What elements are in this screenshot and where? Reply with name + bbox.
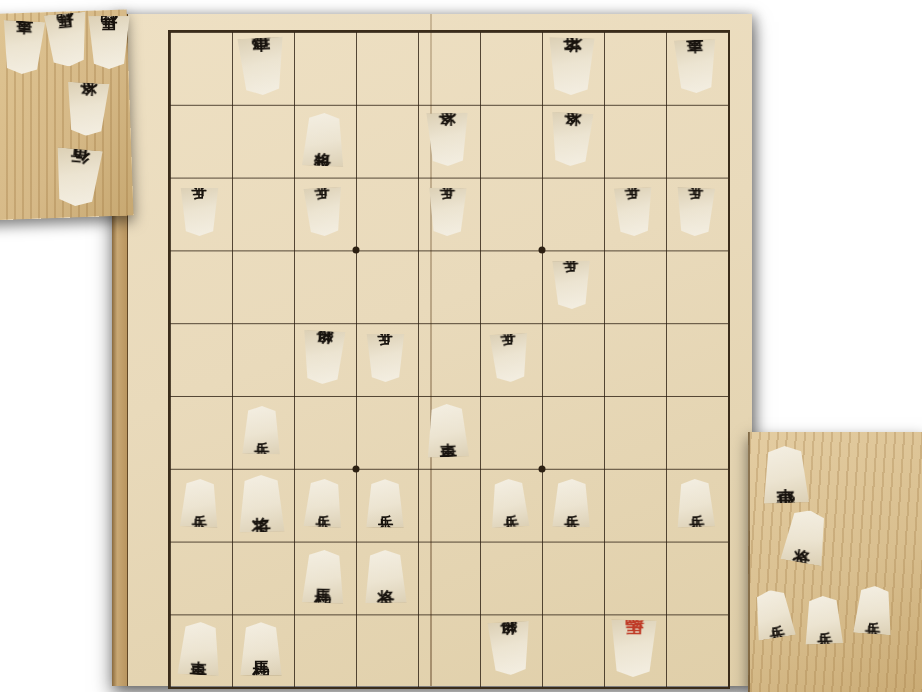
piece-kanji: 銀将	[314, 356, 331, 360]
piece-kanji: 歩兵	[191, 501, 206, 505]
piece-kanji: 歩兵	[192, 211, 207, 214]
piece-kanji: 金将	[79, 107, 96, 111]
piece-kanji: 歩兵	[816, 618, 831, 622]
piece-sente-rook[interactable]: 飛車	[761, 445, 810, 504]
piece-kanji: 金将	[797, 534, 814, 540]
piece-kanji: 桂馬	[314, 574, 331, 578]
piece-kanji: 歩兵	[563, 502, 578, 505]
piece-kanji: 王将	[561, 65, 580, 68]
sente-komadai: 飛車金将歩兵歩兵歩兵	[748, 432, 922, 692]
shogi-game-photo: 飛車王将香車銀将金将金将歩兵歩兵歩兵歩兵歩兵歩兵銀将歩兵歩兵歩兵香車歩兵玉将歩兵…	[0, 0, 922, 692]
piece-kanji: 桂馬	[253, 647, 270, 650]
piece-sente-pawn[interactable]: 歩兵	[750, 587, 796, 641]
piece-kanji: 香車	[15, 46, 32, 50]
piece-sente-gold[interactable]: 金将	[780, 507, 832, 567]
piece-kanji: 歩兵	[439, 210, 454, 213]
piece-kanji: 飛車	[776, 473, 795, 477]
piece-kanji: 歩兵	[687, 210, 702, 214]
piece-kanji: 歩兵	[315, 210, 330, 214]
piece-sente-knight[interactable]: 桂馬	[240, 622, 283, 675]
piece-kanji: 歩兵	[625, 210, 640, 214]
piece-gote-knight[interactable]: 桂馬	[43, 12, 90, 69]
piece-kanji: 桂馬	[101, 41, 118, 44]
star-point	[353, 247, 360, 254]
piece-kanji: 香車	[438, 429, 455, 433]
piece-kanji: 金将	[562, 137, 579, 141]
piece-kanji: 桂馬	[58, 38, 75, 42]
piece-sente-pawn[interactable]: 歩兵	[366, 479, 405, 527]
piece-kanji: 玉将	[251, 502, 270, 505]
piece-kanji: 龍馬	[623, 647, 642, 650]
piece-gote-bishop[interactable]: 角行	[52, 147, 104, 208]
piece-sente-pawn[interactable]: 歩兵	[852, 585, 894, 636]
piece-kanji: 銀将	[500, 647, 517, 651]
star-point	[539, 465, 546, 472]
piece-kanji: 歩兵	[687, 501, 702, 505]
piece-kanji: 歩兵	[253, 429, 268, 432]
piece-sente-pawn[interactable]: 歩兵	[803, 595, 844, 644]
piece-kanji: 歩兵	[501, 501, 516, 505]
piece-kanji: 香車	[686, 65, 703, 69]
piece-kanji: 銀将	[314, 137, 331, 141]
piece-kanji: 歩兵	[378, 356, 393, 359]
gote-komadai: 香車桂馬桂馬金将角行	[0, 9, 134, 220]
piece-kanji: 歩兵	[501, 356, 516, 360]
piece-kanji: 香車	[190, 647, 207, 651]
piece-gote-lance[interactable]: 香車	[0, 20, 46, 75]
piece-kanji: 角行	[68, 175, 87, 180]
piece-kanji: 歩兵	[766, 611, 781, 616]
piece-kanji: 飛車	[251, 64, 270, 68]
star-point	[353, 465, 360, 472]
piece-kanji: 歩兵	[866, 608, 881, 612]
piece-gote-gold[interactable]: 金将	[64, 82, 110, 137]
piece-kanji: 歩兵	[378, 502, 393, 505]
piece-kanji: 歩兵	[315, 501, 330, 505]
star-point	[539, 247, 546, 254]
shogi-board: 飛車王将香車銀将金将金将歩兵歩兵歩兵歩兵歩兵歩兵銀将歩兵歩兵歩兵香車歩兵玉将歩兵…	[112, 14, 752, 686]
piece-kanji: 金将	[438, 138, 455, 141]
piece-kanji: 金将	[376, 574, 393, 577]
piece-gote-knight[interactable]: 桂馬	[88, 16, 131, 69]
piece-kanji: 歩兵	[563, 283, 578, 286]
